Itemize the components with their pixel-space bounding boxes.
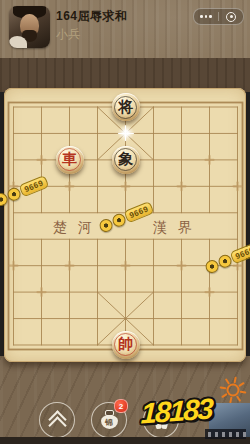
avatar: [9, 6, 50, 48]
black-general[interactable]: 将: [112, 93, 140, 121]
chevron-up-icon: [51, 409, 64, 432]
collapse-button[interactable]: [39, 402, 75, 438]
wood-top-band: [0, 58, 250, 92]
more-button[interactable]: [194, 9, 218, 24]
close-minimize-button[interactable]: [219, 9, 243, 24]
red-general[interactable]: 帥: [112, 331, 140, 359]
xiangqi-board[interactable]: [4, 88, 246, 362]
more-icon: [200, 15, 212, 18]
hint-count-badge: 2: [114, 399, 128, 413]
site-logo-18183: 18183: [140, 393, 212, 431]
app-window: 164屈辱求和 小兵 楚河 漢界 将車象帥 9669 9669 9669: [0, 0, 250, 444]
brocade-bag-icon: 锦: [101, 415, 118, 429]
avatar-collar: [9, 36, 27, 48]
target-icon: [226, 12, 236, 22]
page-title: 164屈辱求和: [56, 8, 128, 25]
black-elephant[interactable]: 象: [112, 146, 140, 174]
river-label-han: 漢界: [153, 219, 203, 237]
river-label-chu: 楚河: [53, 219, 103, 237]
watermark-caption-strip: [205, 429, 246, 439]
red-chariot[interactable]: 車: [56, 146, 84, 174]
page-subtitle: 小兵: [56, 26, 80, 43]
wechat-capsule: [193, 8, 244, 25]
